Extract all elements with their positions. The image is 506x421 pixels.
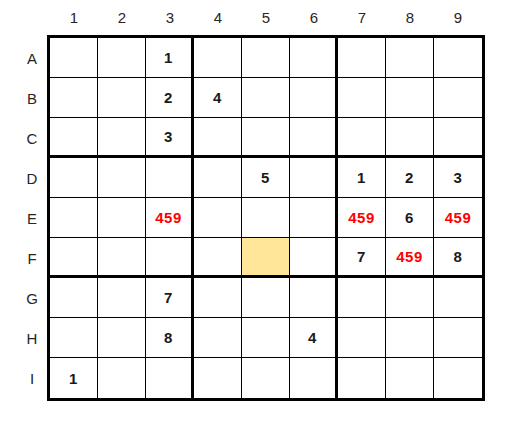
cell-F2[interactable]	[98, 238, 146, 278]
cell-B6[interactable]	[290, 78, 338, 118]
cell-B8[interactable]	[386, 78, 434, 118]
cell-A7[interactable]	[338, 38, 386, 78]
cell-C3[interactable]: 3	[146, 118, 194, 158]
cell-I1[interactable]: 1	[50, 358, 98, 398]
sudoku-board: 124351234594596459745987841	[47, 35, 485, 401]
cell-D6[interactable]	[290, 158, 338, 198]
cell-I8[interactable]	[386, 358, 434, 398]
col-header-9: 9	[434, 6, 482, 30]
cell-G1[interactable]	[50, 278, 98, 318]
cell-B4[interactable]: 4	[194, 78, 242, 118]
cell-C5[interactable]	[242, 118, 290, 158]
cell-E9[interactable]: 459	[434, 198, 482, 238]
cell-A4[interactable]	[194, 38, 242, 78]
cell-I9[interactable]	[434, 358, 482, 398]
cell-G8[interactable]	[386, 278, 434, 318]
cell-C8[interactable]	[386, 118, 434, 158]
cell-G5[interactable]	[242, 278, 290, 318]
cell-C6[interactable]	[290, 118, 338, 158]
cell-G3[interactable]: 7	[146, 278, 194, 318]
cell-F3[interactable]	[146, 238, 194, 278]
row-label-D: D	[14, 158, 50, 198]
cell-C9[interactable]	[434, 118, 482, 158]
row-label-C: C	[14, 118, 50, 158]
cell-E6[interactable]	[290, 198, 338, 238]
cell-H8[interactable]	[386, 318, 434, 358]
cell-A3[interactable]: 1	[146, 38, 194, 78]
cell-G7[interactable]	[338, 278, 386, 318]
cell-B5[interactable]	[242, 78, 290, 118]
cell-E8[interactable]: 6	[386, 198, 434, 238]
col-header-3: 3	[146, 6, 194, 30]
cell-D2[interactable]	[98, 158, 146, 198]
cell-D9[interactable]: 3	[434, 158, 482, 198]
cell-B2[interactable]	[98, 78, 146, 118]
col-header-6: 6	[290, 6, 338, 30]
cell-F1[interactable]	[50, 238, 98, 278]
col-header-5: 5	[242, 6, 290, 30]
cell-D7[interactable]: 1	[338, 158, 386, 198]
col-header-1: 1	[50, 6, 98, 30]
cell-G4[interactable]	[194, 278, 242, 318]
cell-I3[interactable]	[146, 358, 194, 398]
cell-I6[interactable]	[290, 358, 338, 398]
cell-I7[interactable]	[338, 358, 386, 398]
cell-D1[interactable]	[50, 158, 98, 198]
cell-F5[interactable]	[242, 238, 290, 278]
cell-B7[interactable]	[338, 78, 386, 118]
cell-I4[interactable]	[194, 358, 242, 398]
cell-H3[interactable]: 8	[146, 318, 194, 358]
cell-H6[interactable]: 4	[290, 318, 338, 358]
cell-C2[interactable]	[98, 118, 146, 158]
col-header-8: 8	[386, 6, 434, 30]
cell-E5[interactable]	[242, 198, 290, 238]
sudoku-grid: 124351234594596459745987841	[50, 38, 482, 398]
cell-D8[interactable]: 2	[386, 158, 434, 198]
cell-I2[interactable]	[98, 358, 146, 398]
cell-I5[interactable]	[242, 358, 290, 398]
col-header-4: 4	[194, 6, 242, 30]
cell-H9[interactable]	[434, 318, 482, 358]
cell-A5[interactable]	[242, 38, 290, 78]
cell-H4[interactable]	[194, 318, 242, 358]
cell-F7[interactable]: 7	[338, 238, 386, 278]
cell-B1[interactable]	[50, 78, 98, 118]
cell-B9[interactable]	[434, 78, 482, 118]
cell-E3[interactable]: 459	[146, 198, 194, 238]
cell-F4[interactable]	[194, 238, 242, 278]
cell-A8[interactable]	[386, 38, 434, 78]
cell-G9[interactable]	[434, 278, 482, 318]
cell-F9[interactable]: 8	[434, 238, 482, 278]
row-label-F: F	[14, 238, 50, 278]
cell-A9[interactable]	[434, 38, 482, 78]
col-header-2: 2	[98, 6, 146, 30]
cell-E2[interactable]	[98, 198, 146, 238]
cell-H7[interactable]	[338, 318, 386, 358]
cell-H2[interactable]	[98, 318, 146, 358]
row-label-B: B	[14, 78, 50, 118]
sudoku-page: 123456789 ABCDEFGHI 12435123459459645974…	[0, 0, 506, 421]
cell-E7[interactable]: 459	[338, 198, 386, 238]
row-label-A: A	[14, 38, 50, 78]
cell-E1[interactable]	[50, 198, 98, 238]
cell-C1[interactable]	[50, 118, 98, 158]
cell-D3[interactable]	[146, 158, 194, 198]
cell-C4[interactable]	[194, 118, 242, 158]
cell-H5[interactable]	[242, 318, 290, 358]
cell-F8[interactable]: 459	[386, 238, 434, 278]
row-label-H: H	[14, 318, 50, 358]
cell-F6[interactable]	[290, 238, 338, 278]
column-headers: 123456789	[50, 6, 482, 30]
col-header-7: 7	[338, 6, 386, 30]
cell-D4[interactable]	[194, 158, 242, 198]
cell-G2[interactable]	[98, 278, 146, 318]
row-labels: ABCDEFGHI	[14, 38, 50, 398]
cell-B3[interactable]: 2	[146, 78, 194, 118]
row-label-E: E	[14, 198, 50, 238]
cell-A2[interactable]	[98, 38, 146, 78]
cell-E4[interactable]	[194, 198, 242, 238]
cell-G6[interactable]	[290, 278, 338, 318]
row-label-G: G	[14, 278, 50, 318]
cell-D5[interactable]: 5	[242, 158, 290, 198]
row-label-I: I	[14, 358, 50, 398]
cell-A6[interactable]	[290, 38, 338, 78]
cell-C7[interactable]	[338, 118, 386, 158]
cell-A1[interactable]	[50, 38, 98, 78]
cell-H1[interactable]	[50, 318, 98, 358]
